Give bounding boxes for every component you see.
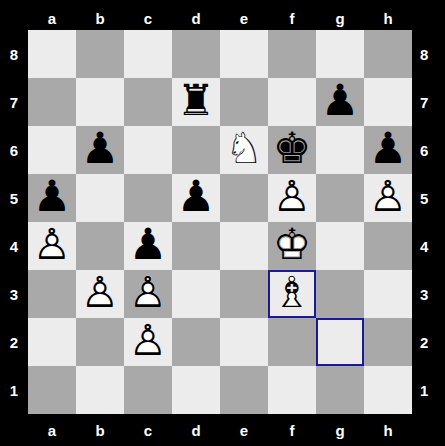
rank-label-left-7: 7 (0, 78, 28, 126)
file-label-top-b: b (76, 0, 124, 30)
black-pawn-a5[interactable]: ♟ (28, 174, 76, 222)
square-e2[interactable] (220, 318, 268, 366)
black-pawn-h6[interactable]: ♟ (364, 126, 412, 174)
square-d6[interactable] (172, 126, 220, 174)
white-piece-outline-layer: ♘ (220, 126, 268, 174)
square-e7[interactable] (220, 78, 268, 126)
black-pawn-g7[interactable]: ♟ (316, 78, 364, 126)
square-g5[interactable] (316, 174, 364, 222)
square-h5[interactable]: ♟♙ (364, 174, 412, 222)
white-piece-outline-layer: ♔ (268, 222, 316, 270)
file-label-bottom-b: b (76, 414, 124, 446)
square-c7[interactable] (124, 78, 172, 126)
square-g4[interactable] (316, 222, 364, 270)
rank-label-left-3: 3 (0, 270, 28, 318)
black-pawn-b6[interactable]: ♟ (76, 126, 124, 174)
square-f8[interactable] (268, 30, 316, 78)
square-c5[interactable] (124, 174, 172, 222)
file-label-top-h: h (364, 0, 412, 30)
square-a6[interactable] (28, 126, 76, 174)
square-b8[interactable] (76, 30, 124, 78)
square-c6[interactable] (124, 126, 172, 174)
rank-label-left-6: 6 (0, 126, 28, 174)
white-pawn-b3[interactable]: ♟♙ (76, 270, 124, 318)
square-b7[interactable] (76, 78, 124, 126)
black-piece-glyph: ♟ (364, 126, 412, 174)
white-bishop-f3[interactable]: ♝♗ (268, 270, 316, 318)
square-e8[interactable] (220, 30, 268, 78)
rank-label-right-1: 1 (412, 366, 445, 414)
square-a1[interactable] (28, 366, 76, 414)
file-labels-top: abcdefgh (28, 0, 412, 30)
file-label-top-c: c (124, 0, 172, 30)
white-knight-e6[interactable]: ♞♘ (220, 126, 268, 174)
square-b1[interactable] (76, 366, 124, 414)
file-label-top-d: d (172, 0, 220, 30)
rank-label-right-5: 5 (412, 174, 445, 222)
square-g3[interactable] (316, 270, 364, 318)
square-g6[interactable] (316, 126, 364, 174)
square-f4[interactable]: ♚♔ (268, 222, 316, 270)
square-h1[interactable] (364, 366, 412, 414)
square-e5[interactable] (220, 174, 268, 222)
square-h2[interactable] (364, 318, 412, 366)
square-b6[interactable]: ♟ (76, 126, 124, 174)
black-king-f6[interactable]: ♚ (268, 126, 316, 174)
file-label-bottom-h: h (364, 414, 412, 446)
rank-label-right-4: 4 (412, 222, 445, 270)
white-pawn-a4[interactable]: ♟♙ (28, 222, 76, 270)
square-h4[interactable] (364, 222, 412, 270)
white-pawn-c2[interactable]: ♟♙ (124, 318, 172, 366)
rank-label-right-3: 3 (412, 270, 445, 318)
square-d3[interactable] (172, 270, 220, 318)
square-c8[interactable] (124, 30, 172, 78)
square-b5[interactable] (76, 174, 124, 222)
white-piece-outline-layer: ♙ (268, 174, 316, 222)
rank-labels-right: 87654321 (412, 30, 445, 414)
file-label-bottom-a: a (28, 414, 76, 446)
square-d4[interactable] (172, 222, 220, 270)
square-f6[interactable]: ♚ (268, 126, 316, 174)
square-b2[interactable] (76, 318, 124, 366)
square-d2[interactable] (172, 318, 220, 366)
square-g1[interactable] (316, 366, 364, 414)
chess-board: ♜♟♟♞♘♚♟♟♟♟♙♟♙♟♙♟♚♔♟♙♟♙♝♗♟♙ (28, 30, 412, 414)
square-h7[interactable] (364, 78, 412, 126)
square-g8[interactable] (316, 30, 364, 78)
square-c1[interactable] (124, 366, 172, 414)
black-pawn-d5[interactable]: ♟ (172, 174, 220, 222)
square-a4[interactable]: ♟♙ (28, 222, 76, 270)
square-d5[interactable]: ♟ (172, 174, 220, 222)
file-label-bottom-c: c (124, 414, 172, 446)
square-f1[interactable] (268, 366, 316, 414)
file-label-bottom-e: e (220, 414, 268, 446)
file-labels-bottom: abcdefgh (28, 414, 412, 446)
black-piece-glyph: ♟ (28, 174, 76, 222)
square-e4[interactable] (220, 222, 268, 270)
square-e6[interactable]: ♞♘ (220, 126, 268, 174)
square-c3[interactable]: ♟♙ (124, 270, 172, 318)
square-f5[interactable]: ♟♙ (268, 174, 316, 222)
rank-label-right-6: 6 (412, 126, 445, 174)
rank-label-right-7: 7 (412, 78, 445, 126)
square-a2[interactable] (28, 318, 76, 366)
file-label-bottom-f: f (268, 414, 316, 446)
square-a3[interactable] (28, 270, 76, 318)
rank-label-left-4: 4 (0, 222, 28, 270)
square-h6[interactable]: ♟ (364, 126, 412, 174)
black-piece-glyph: ♟ (172, 174, 220, 222)
black-piece-glyph: ♜ (172, 78, 220, 126)
square-g2[interactable] (316, 318, 364, 366)
black-rook-d7[interactable]: ♜ (172, 78, 220, 126)
rank-label-left-2: 2 (0, 318, 28, 366)
file-label-top-e: e (220, 0, 268, 30)
white-piece-outline-layer: ♙ (124, 318, 172, 366)
square-h3[interactable] (364, 270, 412, 318)
rank-label-right-8: 8 (412, 30, 445, 78)
square-c2[interactable]: ♟♙ (124, 318, 172, 366)
black-piece-glyph: ♟ (124, 222, 172, 270)
square-a7[interactable] (28, 78, 76, 126)
square-b4[interactable] (76, 222, 124, 270)
square-h8[interactable] (364, 30, 412, 78)
square-b3[interactable]: ♟♙ (76, 270, 124, 318)
square-f3[interactable]: ♝♗ (268, 270, 316, 318)
square-e3[interactable] (220, 270, 268, 318)
square-a5[interactable]: ♟ (28, 174, 76, 222)
white-piece-outline-layer: ♙ (124, 270, 172, 318)
square-f7[interactable] (268, 78, 316, 126)
white-king-f4[interactable]: ♚♔ (268, 222, 316, 270)
square-g7[interactable]: ♟ (316, 78, 364, 126)
white-piece-outline-layer: ♙ (76, 270, 124, 318)
square-e1[interactable] (220, 366, 268, 414)
rank-label-right-2: 2 (412, 318, 445, 366)
white-piece-outline-layer: ♙ (364, 174, 412, 222)
black-piece-glyph: ♟ (76, 126, 124, 174)
white-piece-outline-layer: ♗ (268, 270, 316, 318)
square-d1[interactable] (172, 366, 220, 414)
file-label-top-f: f (268, 0, 316, 30)
black-piece-glyph: ♚ (268, 126, 316, 174)
black-pawn-c4[interactable]: ♟ (124, 222, 172, 270)
white-piece-outline-layer: ♙ (28, 222, 76, 270)
rank-label-left-8: 8 (0, 30, 28, 78)
square-c4[interactable]: ♟ (124, 222, 172, 270)
chess-diagram: abcdefgh 87654321 ♜♟♟♞♘♚♟♟♟♟♙♟♙♟♙♟♚♔♟♙♟♙… (0, 0, 445, 446)
white-pawn-h5[interactable]: ♟♙ (364, 174, 412, 222)
square-d8[interactable] (172, 30, 220, 78)
file-label-bottom-d: d (172, 414, 220, 446)
square-f2[interactable] (268, 318, 316, 366)
black-piece-glyph: ♟ (316, 78, 364, 126)
white-pawn-c3[interactable]: ♟♙ (124, 270, 172, 318)
rank-labels-left: 87654321 (0, 30, 28, 414)
square-d7[interactable]: ♜ (172, 78, 220, 126)
square-a8[interactable] (28, 30, 76, 78)
file-label-bottom-g: g (316, 414, 364, 446)
file-label-top-a: a (28, 0, 76, 30)
rank-label-left-5: 5 (0, 174, 28, 222)
white-pawn-f5[interactable]: ♟♙ (268, 174, 316, 222)
file-label-top-g: g (316, 0, 364, 30)
rank-label-left-1: 1 (0, 366, 28, 414)
